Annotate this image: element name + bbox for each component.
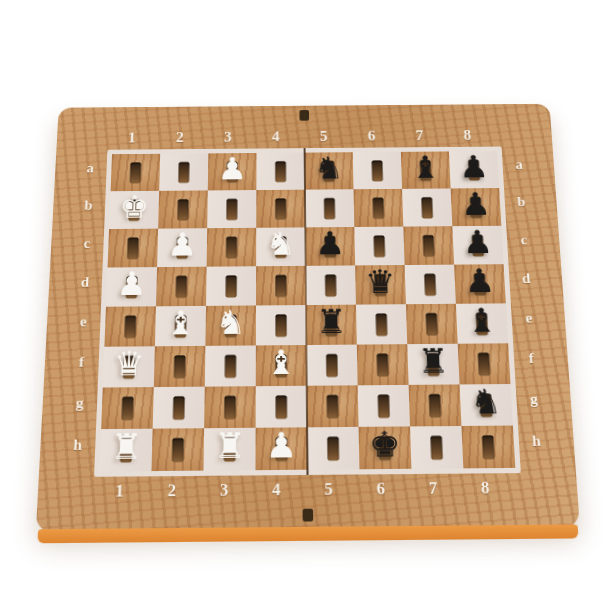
piece-slot [275,198,286,219]
piece-slot [177,236,188,258]
square-d2[interactable] [156,266,207,306]
board-front-rim [37,524,578,543]
piece-slot [325,235,336,257]
row-label-h: h [64,424,91,467]
square-a5[interactable]: ♞ [305,152,354,189]
square-g6[interactable] [358,384,410,426]
piece-slot [276,394,287,417]
square-h5[interactable] [307,426,359,469]
square-c1[interactable] [108,228,159,267]
white-pawn[interactable]: ♟ [266,426,298,461]
square-d6[interactable]: ♛ [355,265,406,305]
piece-slot [327,394,339,417]
square-h4[interactable]: ♟ [255,427,307,470]
piece-slot [326,313,337,336]
white-rook[interactable]: ♜ [110,428,143,463]
row-label-d: d [513,259,539,298]
col-label-7: 7 [395,127,444,143]
product-photo-stage: 12345678 abcdefgh ♟♞♝♟♚♟♟♞♟♟♟♛♟♝♞♜♝♛♝♜♞♜… [0,0,612,612]
piece-slot [275,160,286,181]
piece-slot [130,162,141,183]
piece-slot [174,354,186,377]
row-label-d: d [72,262,98,301]
piece-slot [325,274,336,296]
piece-slot [376,313,388,336]
square-c4[interactable]: ♞ [256,227,306,266]
square-b7[interactable] [402,188,452,226]
piece-slot [478,352,490,375]
col-label-1: 1 [93,481,146,500]
row-label-a: a [78,149,103,186]
col-label-7: 7 [407,478,460,497]
piece-slot [476,312,488,334]
row-label-g: g [66,382,92,424]
square-c8[interactable]: ♟ [452,225,503,264]
piece-slot [420,159,431,180]
piece-slot [276,313,287,336]
piece-slot [468,159,480,180]
piece-slot [126,275,138,297]
square-g8[interactable]: ♞ [460,384,513,426]
col-label-8: 8 [443,127,492,143]
col-label-6: 6 [354,479,407,498]
square-d8[interactable]: ♟ [454,264,506,304]
square-d3[interactable] [206,266,256,306]
piece-slot [122,396,134,419]
square-f6[interactable] [357,344,409,385]
square-c3[interactable] [207,227,257,266]
square-h2[interactable] [151,428,204,471]
white-bishop[interactable]: ♝ [266,344,297,378]
row-label-e: e [70,301,96,341]
square-c7[interactable] [403,226,454,265]
square-a6[interactable] [353,151,402,188]
square-f8[interactable] [458,343,511,384]
row-label-e: e [516,298,543,338]
piece-slot [275,235,286,257]
piece-slot [472,234,484,256]
black-king[interactable]: ♚ [369,425,401,460]
square-b6[interactable] [354,188,404,226]
square-h1[interactable]: ♜ [99,428,152,471]
square-b3[interactable] [207,190,256,228]
square-f7[interactable]: ♜ [407,343,459,384]
piece-slot [226,236,237,258]
piece-slot [225,314,236,337]
square-a3[interactable]: ♟ [208,153,257,190]
piece-slot [173,395,185,418]
row-label-f: f [518,338,545,379]
piece-slot [175,314,187,337]
hinge-icon [299,110,309,121]
corner-spacer [511,476,543,499]
square-e6[interactable] [356,304,407,344]
square-e2[interactable]: ♝ [155,305,206,345]
square-e3[interactable]: ♞ [205,305,256,345]
piece-slot [127,237,139,259]
square-f4[interactable]: ♝ [256,345,307,386]
piece-slot [480,393,492,416]
piece-slot [423,234,435,256]
black-bishop[interactable]: ♝ [466,302,498,335]
piece-slot [327,436,339,460]
piece-slot [276,436,287,460]
piece-slot [470,196,482,217]
piece-slot [224,437,236,461]
square-b5[interactable] [305,189,354,227]
piece-slot [176,275,187,297]
square-b4[interactable] [256,189,305,227]
piece-slot [377,353,389,376]
piece-slot [374,235,385,257]
hinge-icon [303,508,314,521]
corner-spacer [491,125,520,145]
row-label-f: f [68,341,94,382]
square-a7[interactable]: ♝ [401,151,451,188]
col-label-5: 5 [302,479,354,498]
square-h7[interactable] [410,425,463,468]
square-c2[interactable]: ♟ [157,228,207,267]
row-label-c: c [511,220,537,259]
square-g4[interactable] [256,385,307,427]
col-label-4: 4 [252,128,300,144]
square-f1[interactable]: ♛ [103,346,155,387]
piece-slot [224,395,235,418]
square-g7[interactable] [409,384,462,426]
corner-spacer [63,479,94,502]
square-h8[interactable] [461,425,515,468]
square-e5[interactable]: ♜ [306,304,357,344]
piece-slot [424,273,436,295]
square-g3[interactable] [204,386,256,428]
square-a1[interactable] [111,153,161,190]
square-d5[interactable] [306,265,356,305]
piece-slot [378,394,390,417]
piece-slot [421,196,433,217]
col-label-8: 8 [459,478,512,497]
square-d7[interactable] [405,264,456,304]
square-e8[interactable]: ♝ [456,303,508,343]
square-g2[interactable] [153,386,205,428]
piece-slot [372,160,383,181]
corner-spacer [80,128,109,148]
piece-slot [225,354,236,377]
top-coordinate-labels: 12345678 [80,125,530,148]
col-label-6: 6 [347,127,395,143]
row-label-b: b [76,186,101,224]
piece-slot [375,273,387,295]
square-d1[interactable]: ♟ [106,267,157,307]
square-e1[interactable] [104,306,156,346]
piece-slot [227,161,238,182]
piece-slot [326,353,338,376]
square-g5[interactable] [307,385,359,427]
black-rook[interactable]: ♜ [417,343,449,377]
piece-slot [124,315,136,338]
square-g1[interactable] [101,387,154,429]
square-c5[interactable]: ♟ [305,226,355,265]
square-a4[interactable] [256,152,305,189]
square-e4[interactable] [256,305,306,345]
bottom-coordinate-labels: 12345678 [63,475,553,502]
piece-slot [427,352,439,375]
square-a2[interactable] [159,153,208,190]
piece-slot [474,272,486,294]
chess-board: 12345678 abcdefgh ♟♞♝♟♚♟♟♞♟♟♟♛♟♝♞♜♝♛♝♜♞♜… [36,103,580,531]
piece-slot [123,355,135,378]
col-label-3: 3 [198,480,250,499]
black-rook[interactable]: ♜ [316,304,347,337]
piece-slot [430,435,442,459]
piece-slot [120,438,132,462]
piece-slot [226,198,237,219]
board-grid: ♟♞♝♟♚♟♟♞♟♟♟♛♟♝♞♜♝♛♝♜♞♜♜♟♚ [99,151,515,471]
square-c6[interactable] [354,226,404,265]
row-label-h: h [523,420,550,462]
piece-slot [226,274,237,296]
square-f3[interactable] [205,345,256,386]
square-a8[interactable]: ♟ [449,151,499,188]
col-label-3: 3 [204,129,252,145]
col-label-2: 2 [156,129,204,145]
row-label-g: g [520,378,547,420]
white-queen[interactable]: ♛ [113,345,145,379]
col-label-4: 4 [250,480,302,499]
piece-slot [429,393,441,416]
square-b1[interactable]: ♚ [109,190,159,228]
piece-slot [373,197,384,218]
col-label-2: 2 [145,481,198,500]
row-label-c: c [74,224,99,263]
white-rook[interactable]: ♜ [214,427,246,462]
square-h6[interactable]: ♚ [359,426,412,469]
piece-slot [379,435,391,459]
square-b8[interactable]: ♟ [451,188,502,226]
square-e7[interactable] [406,303,458,343]
piece-slot [128,199,139,220]
square-f5[interactable] [306,344,357,385]
piece-slot [172,437,184,461]
black-knight[interactable]: ♞ [469,383,502,418]
square-f2[interactable] [154,345,206,386]
white-bishop[interactable]: ♝ [165,305,196,338]
square-h3[interactable]: ♜ [203,427,255,470]
right-coordinate-labels: abcdefgh [506,146,551,473]
square-d4[interactable] [256,265,306,305]
white-knight[interactable]: ♞ [215,304,246,337]
square-b2[interactable] [158,190,208,228]
col-label-1: 1 [108,129,157,145]
piece-slot [275,274,286,296]
col-label-5: 5 [300,128,348,144]
board-inner-frame: ♟♞♝♟♚♟♟♞♟♟♟♛♟♝♞♜♝♛♝♜♞♜♜♟♚ [94,146,521,476]
left-coordinate-labels: abcdefgh [64,149,103,476]
row-label-b: b [509,183,535,221]
row-label-a: a [506,146,531,183]
piece-slot [324,197,335,218]
piece-slot [178,161,189,182]
piece-slot [426,312,438,334]
piece-slot [276,354,287,377]
piece-slot [323,160,334,181]
piece-slot [482,434,495,458]
piece-slot [177,198,188,219]
